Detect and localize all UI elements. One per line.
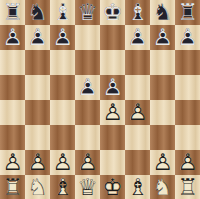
- square-e2[interactable]: [100, 150, 125, 175]
- piece-black-pawn[interactable]: ♟♙: [50, 25, 75, 50]
- square-c6[interactable]: [50, 50, 75, 75]
- square-e3[interactable]: [100, 125, 125, 150]
- square-d4[interactable]: [75, 100, 100, 125]
- queen-glyph-outline: ♕: [75, 0, 100, 25]
- rook-glyph-outline: ♖: [0, 175, 25, 199]
- pawn-glyph-outline: ♙: [50, 150, 75, 175]
- piece-black-pawn[interactable]: ♟♙: [0, 25, 25, 50]
- pawn-glyph-outline: ♙: [150, 150, 175, 175]
- square-f1[interactable]: ♝♗: [125, 175, 150, 199]
- square-a4[interactable]: [0, 100, 25, 125]
- piece-white-pawn[interactable]: ♟♙: [75, 150, 100, 175]
- square-e7[interactable]: [100, 25, 125, 50]
- piece-black-pawn[interactable]: ♟♙: [100, 75, 125, 100]
- square-a5[interactable]: [0, 75, 25, 100]
- pawn-glyph-outline: ♙: [100, 75, 125, 100]
- square-h5[interactable]: [175, 75, 200, 100]
- piece-black-pawn[interactable]: ♟♙: [175, 25, 200, 50]
- square-d3[interactable]: [75, 125, 100, 150]
- pawn-glyph-outline: ♙: [75, 150, 100, 175]
- pawn-glyph-outline: ♙: [125, 100, 150, 125]
- bishop-glyph-outline: ♗: [125, 0, 150, 25]
- piece-black-knight[interactable]: ♞♘: [150, 0, 175, 25]
- square-c2[interactable]: ♟♙: [50, 150, 75, 175]
- rook-glyph-outline: ♖: [175, 0, 200, 25]
- square-h7[interactable]: ♟♙: [175, 25, 200, 50]
- square-f8[interactable]: ♝♗: [125, 0, 150, 25]
- square-f3[interactable]: [125, 125, 150, 150]
- bishop-glyph-outline: ♗: [50, 0, 75, 25]
- piece-white-pawn[interactable]: ♟♙: [0, 150, 25, 175]
- square-a2[interactable]: ♟♙: [0, 150, 25, 175]
- square-h2[interactable]: ♟♙: [175, 150, 200, 175]
- square-e8[interactable]: ♚♔: [100, 0, 125, 25]
- chess-board: ♜♖♞♘♝♗♛♕♚♔♝♗♞♘♜♖♟♙♟♙♟♙♟♙♟♙♟♙♟♙♟♙♟♙♟♙♟♙♟♙…: [0, 0, 200, 199]
- piece-white-bishop[interactable]: ♝♗: [50, 175, 75, 199]
- piece-black-pawn[interactable]: ♟♙: [150, 25, 175, 50]
- piece-black-king[interactable]: ♚♔: [100, 0, 125, 25]
- square-h8[interactable]: ♜♖: [175, 0, 200, 25]
- bishop-glyph-outline: ♗: [50, 175, 75, 199]
- square-g3[interactable]: [150, 125, 175, 150]
- bishop-glyph-outline: ♗: [125, 175, 150, 199]
- square-g4[interactable]: [150, 100, 175, 125]
- knight-glyph-outline: ♘: [25, 0, 50, 25]
- square-c3[interactable]: [50, 125, 75, 150]
- square-h4[interactable]: [175, 100, 200, 125]
- square-g7[interactable]: ♟♙: [150, 25, 175, 50]
- square-g5[interactable]: [150, 75, 175, 100]
- square-g8[interactable]: ♞♘: [150, 0, 175, 25]
- pawn-glyph-outline: ♙: [150, 25, 175, 50]
- piece-white-pawn[interactable]: ♟♙: [150, 150, 175, 175]
- piece-black-rook[interactable]: ♜♖: [175, 0, 200, 25]
- king-glyph-outline: ♔: [100, 0, 125, 25]
- square-b4[interactable]: [25, 100, 50, 125]
- knight-glyph-outline: ♘: [25, 175, 50, 199]
- piece-white-king[interactable]: ♚♔: [100, 175, 125, 199]
- square-c7[interactable]: ♟♙: [50, 25, 75, 50]
- queen-glyph-outline: ♕: [75, 175, 100, 199]
- pawn-glyph-outline: ♙: [50, 25, 75, 50]
- square-b6[interactable]: [25, 50, 50, 75]
- square-e4[interactable]: ♟♙: [100, 100, 125, 125]
- square-f6[interactable]: [125, 50, 150, 75]
- pawn-glyph-outline: ♙: [0, 150, 25, 175]
- square-a3[interactable]: [0, 125, 25, 150]
- square-b8[interactable]: ♞♘: [25, 0, 50, 25]
- piece-black-rook[interactable]: ♜♖: [0, 0, 25, 25]
- square-c8[interactable]: ♝♗: [50, 0, 75, 25]
- square-g6[interactable]: [150, 50, 175, 75]
- square-f5[interactable]: [125, 75, 150, 100]
- pawn-glyph-outline: ♙: [125, 25, 150, 50]
- square-a8[interactable]: ♜♖: [0, 0, 25, 25]
- square-h6[interactable]: [175, 50, 200, 75]
- piece-white-pawn[interactable]: ♟♙: [100, 100, 125, 125]
- square-b5[interactable]: [25, 75, 50, 100]
- piece-black-knight[interactable]: ♞♘: [25, 0, 50, 25]
- pawn-glyph-outline: ♙: [100, 100, 125, 125]
- piece-white-knight[interactable]: ♞♘: [25, 175, 50, 199]
- piece-white-pawn[interactable]: ♟♙: [50, 150, 75, 175]
- pawn-glyph-outline: ♙: [25, 150, 50, 175]
- square-f2[interactable]: [125, 150, 150, 175]
- piece-white-pawn[interactable]: ♟♙: [25, 150, 50, 175]
- square-b3[interactable]: [25, 125, 50, 150]
- square-a7[interactable]: ♟♙: [0, 25, 25, 50]
- square-d1[interactable]: ♛♕: [75, 175, 100, 199]
- square-d7[interactable]: [75, 25, 100, 50]
- pawn-glyph-outline: ♙: [175, 25, 200, 50]
- pawn-glyph-outline: ♙: [175, 150, 200, 175]
- square-e5[interactable]: ♟♙: [100, 75, 125, 100]
- square-f4[interactable]: ♟♙: [125, 100, 150, 125]
- piece-white-pawn[interactable]: ♟♙: [125, 100, 150, 125]
- square-e6[interactable]: [100, 50, 125, 75]
- square-g1[interactable]: ♞♘: [150, 175, 175, 199]
- piece-black-pawn[interactable]: ♟♙: [125, 25, 150, 50]
- pawn-glyph-outline: ♙: [0, 25, 25, 50]
- square-b1[interactable]: ♞♘: [25, 175, 50, 199]
- square-g2[interactable]: ♟♙: [150, 150, 175, 175]
- square-h1[interactable]: ♜♖: [175, 175, 200, 199]
- square-a6[interactable]: [0, 50, 25, 75]
- piece-white-pawn[interactable]: ♟♙: [175, 150, 200, 175]
- king-glyph-outline: ♔: [100, 175, 125, 199]
- pawn-glyph-outline: ♙: [25, 25, 50, 50]
- square-c5[interactable]: [50, 75, 75, 100]
- chess-board-wrap: ♜♖♞♘♝♗♛♕♚♔♝♗♞♘♜♖♟♙♟♙♟♙♟♙♟♙♟♙♟♙♟♙♟♙♟♙♟♙♟♙…: [0, 0, 200, 199]
- piece-white-queen[interactable]: ♛♕: [75, 175, 100, 199]
- piece-white-bishop[interactable]: ♝♗: [125, 175, 150, 199]
- pawn-glyph-outline: ♙: [75, 75, 100, 100]
- square-d2[interactable]: ♟♙: [75, 150, 100, 175]
- square-b2[interactable]: ♟♙: [25, 150, 50, 175]
- square-f7[interactable]: ♟♙: [125, 25, 150, 50]
- square-d5[interactable]: ♟♙: [75, 75, 100, 100]
- knight-glyph-outline: ♘: [150, 0, 175, 25]
- piece-black-queen[interactable]: ♛♕: [75, 0, 100, 25]
- rook-glyph-outline: ♖: [0, 0, 25, 25]
- square-a1[interactable]: ♜♖: [0, 175, 25, 199]
- knight-glyph-outline: ♘: [150, 175, 175, 199]
- piece-white-knight[interactable]: ♞♘: [150, 175, 175, 199]
- piece-black-pawn[interactable]: ♟♙: [75, 75, 100, 100]
- square-d6[interactable]: [75, 50, 100, 75]
- piece-white-rook[interactable]: ♜♖: [0, 175, 25, 199]
- piece-white-rook[interactable]: ♜♖: [175, 175, 200, 199]
- square-e1[interactable]: ♚♔: [100, 175, 125, 199]
- square-d8[interactable]: ♛♕: [75, 0, 100, 25]
- square-c1[interactable]: ♝♗: [50, 175, 75, 199]
- square-b7[interactable]: ♟♙: [25, 25, 50, 50]
- rook-glyph-outline: ♖: [175, 175, 200, 199]
- piece-black-pawn[interactable]: ♟♙: [25, 25, 50, 50]
- piece-black-bishop[interactable]: ♝♗: [125, 0, 150, 25]
- square-c4[interactable]: [50, 100, 75, 125]
- square-h3[interactable]: [175, 125, 200, 150]
- piece-black-bishop[interactable]: ♝♗: [50, 0, 75, 25]
